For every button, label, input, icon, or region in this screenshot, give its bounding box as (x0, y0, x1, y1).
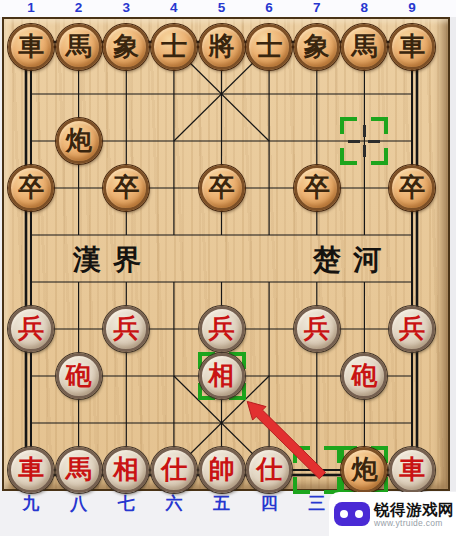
file-label-bottom-2: 八 (66, 494, 92, 514)
piece-glyph: 馬 (66, 457, 92, 483)
piece-glyph: 象 (113, 34, 139, 60)
river-label-left: 漢界 (42, 243, 172, 277)
piece-glyph: 卒 (304, 175, 330, 201)
piece-glyph: 卒 (209, 175, 235, 201)
piece-glyph: 相 (209, 363, 235, 389)
file-label-bottom-5: 五 (209, 494, 235, 514)
file-label-top-7: 7 (304, 0, 330, 16)
river-label-right: 楚河 (282, 243, 412, 277)
watermark-site-url: www.ytruide.com (374, 518, 454, 528)
piece-red-5-7[interactable]: 兵 (199, 306, 245, 352)
xiangqi-app: 漢界 楚河 锐得游戏网 www.ytruide.com 車馬象士將士象馬車炮卒卒… (0, 0, 456, 536)
file-label-bottom-3: 七 (113, 494, 139, 514)
piece-glyph: 兵 (113, 316, 139, 342)
file-label-top-5: 5 (209, 0, 235, 16)
piece-black-2-1[interactable]: 馬 (56, 24, 102, 70)
file-label-top-1: 1 (18, 0, 44, 16)
piece-glyph: 將 (209, 34, 235, 60)
piece-glyph: 砲 (351, 363, 377, 389)
piece-glyph: 砲 (66, 363, 92, 389)
piece-glyph: 車 (399, 34, 425, 60)
piece-black-6-1[interactable]: 士 (246, 24, 292, 70)
piece-red-1-7[interactable]: 兵 (8, 306, 54, 352)
piece-glyph: 卒 (18, 175, 44, 201)
piece-glyph: 帥 (209, 457, 235, 483)
watermark-site-name: 锐得游戏网 (374, 501, 454, 518)
piece-glyph: 卒 (113, 175, 139, 201)
right-margin (450, 17, 456, 491)
piece-black-5-1[interactable]: 將 (199, 24, 245, 70)
piece-black-5-4[interactable]: 卒 (199, 165, 245, 211)
piece-black-9-4[interactable]: 卒 (389, 165, 435, 211)
piece-glyph: 仕 (256, 457, 282, 483)
file-label-top-4: 4 (161, 0, 187, 16)
file-label-top-6: 6 (256, 0, 282, 16)
watermark: 锐得游戏网 www.ytruide.com (329, 492, 456, 536)
file-label-bottom-6: 四 (256, 494, 282, 514)
piece-red-2-8[interactable]: 砲 (56, 353, 102, 399)
piece-black-9-1[interactable]: 車 (389, 24, 435, 70)
piece-glyph: 炮 (66, 128, 92, 154)
piece-black-1-1[interactable]: 車 (8, 24, 54, 70)
piece-black-2-3[interactable]: 炮 (56, 118, 102, 164)
piece-red-3-7[interactable]: 兵 (103, 306, 149, 352)
piece-glyph: 士 (161, 34, 187, 60)
piece-glyph: 兵 (399, 316, 425, 342)
piece-red-2-10[interactable]: 馬 (56, 447, 102, 493)
file-label-bottom-1: 九 (18, 494, 44, 514)
file-label-top-9: 9 (399, 0, 425, 16)
piece-glyph: 兵 (304, 316, 330, 342)
piece-red-6-10[interactable]: 仕 (246, 447, 292, 493)
piece-glyph: 馬 (351, 34, 377, 60)
piece-glyph: 車 (18, 457, 44, 483)
piece-glyph: 炮 (351, 457, 377, 483)
file-label-bottom-7: 三 (304, 494, 330, 514)
piece-red-5-8[interactable]: 相 (199, 353, 245, 399)
piece-glyph: 相 (113, 457, 139, 483)
file-label-top-3: 3 (113, 0, 139, 16)
piece-red-3-10[interactable]: 相 (103, 447, 149, 493)
piece-glyph: 兵 (209, 316, 235, 342)
file-label-bottom-4: 六 (161, 494, 187, 514)
piece-red-1-10[interactable]: 車 (8, 447, 54, 493)
piece-black-1-4[interactable]: 卒 (8, 165, 54, 211)
piece-black-3-1[interactable]: 象 (103, 24, 149, 70)
piece-glyph: 卒 (399, 175, 425, 201)
file-label-top-2: 2 (66, 0, 92, 16)
piece-black-3-4[interactable]: 卒 (103, 165, 149, 211)
piece-glyph: 象 (304, 34, 330, 60)
gamepad-icon (334, 502, 370, 526)
piece-glyph: 車 (399, 457, 425, 483)
piece-glyph: 仕 (161, 457, 187, 483)
piece-glyph: 馬 (66, 34, 92, 60)
file-label-top-8: 8 (351, 0, 377, 16)
piece-black-7-4[interactable]: 卒 (294, 165, 340, 211)
piece-black-7-1[interactable]: 象 (294, 24, 340, 70)
piece-glyph: 兵 (18, 316, 44, 342)
piece-black-4-1[interactable]: 士 (151, 24, 197, 70)
piece-red-4-10[interactable]: 仕 (151, 447, 197, 493)
piece-red-9-7[interactable]: 兵 (389, 306, 435, 352)
piece-glyph: 車 (18, 34, 44, 60)
piece-red-7-7[interactable]: 兵 (294, 306, 340, 352)
piece-red-9-10[interactable]: 車 (389, 447, 435, 493)
piece-red-5-10[interactable]: 帥 (199, 447, 245, 493)
piece-glyph: 士 (256, 34, 282, 60)
